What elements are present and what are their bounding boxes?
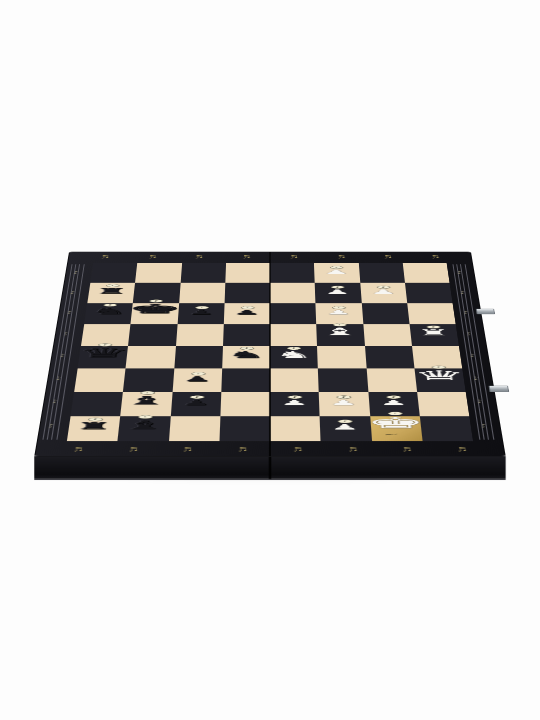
square-e7[interactable] xyxy=(270,392,320,416)
staff-note-icon: ♪ xyxy=(465,332,473,337)
knight-glyph: ♞ xyxy=(90,307,128,316)
square-c5[interactable] xyxy=(174,346,223,369)
gold-note-icon: ♬ xyxy=(237,446,248,452)
piece-white-pawn[interactable]: ♪♟ xyxy=(360,285,406,294)
piece-black-knight[interactable]: ♪♞ xyxy=(86,303,133,315)
square-h7[interactable] xyxy=(417,392,470,416)
square-b8[interactable] xyxy=(118,416,171,441)
pawn-glyph: ♟ xyxy=(324,269,350,275)
gold-note-icon: ♬ xyxy=(242,255,252,260)
square-e6[interactable] xyxy=(270,369,319,392)
piece-black-pawn[interactable]: ♪♟ xyxy=(178,306,224,316)
staff-note-icon: ♪ xyxy=(459,290,467,294)
gold-note-icon: ♬ xyxy=(182,446,193,452)
product-photo-scene: ♬♬♬♬♬♬♬♬ ♬♬♬♬♬♬♬♬ ♪♪♪♪♪♪♪♪ ♪♪♪♪♪♪♪♪ ~~ ♪… xyxy=(0,0,540,720)
piece-white-pawn[interactable]: ♪♟ xyxy=(315,285,360,294)
square-c2[interactable] xyxy=(179,283,225,303)
square-b5[interactable] xyxy=(126,346,176,369)
gold-note-icon: ♬ xyxy=(73,446,84,452)
bishop-glyph: ♝ xyxy=(318,327,361,337)
staff-note-icon: ♪ xyxy=(51,399,58,404)
square-g3[interactable] xyxy=(361,303,409,324)
staff-note-icon: ♪ xyxy=(47,423,55,428)
board-front-side xyxy=(34,456,505,480)
staff-note-icon: ♪ xyxy=(55,376,62,381)
metal-clasp-top xyxy=(476,309,495,315)
square-a7[interactable] xyxy=(71,392,124,416)
pawn-glyph: ♟ xyxy=(234,309,260,315)
square-e3[interactable] xyxy=(270,303,316,324)
gold-note-icon: ♬ xyxy=(383,255,393,260)
square-f7[interactable] xyxy=(319,392,370,416)
square-c1[interactable] xyxy=(180,263,226,283)
piece-white-pawn[interactable]: ♪♟ xyxy=(314,266,359,275)
square-a1[interactable] xyxy=(90,263,137,283)
gold-note-icon: ♬ xyxy=(401,446,413,452)
square-b4[interactable] xyxy=(128,324,177,346)
gold-note-icon: ♬ xyxy=(430,255,440,260)
gold-note-icon: ♬ xyxy=(127,446,138,452)
square-e1[interactable] xyxy=(270,263,315,283)
chess-board: ♬♬♬♬♬♬♬♬ ♬♬♬♬♬♬♬♬ ♪♪♪♪♪♪♪♪ ♪♪♪♪♪♪♪♪ ~~ ♪… xyxy=(35,252,504,456)
metal-clasp-bottom xyxy=(489,386,510,393)
piece-white-bishop[interactable]: ♪♝ xyxy=(316,323,363,337)
square-e4[interactable] xyxy=(270,324,317,346)
square-b1[interactable] xyxy=(135,263,181,283)
square-c8[interactable] xyxy=(168,416,220,441)
pawn-glyph: ♟ xyxy=(325,289,351,295)
square-c7[interactable] xyxy=(170,392,221,416)
square-d4[interactable] xyxy=(223,324,270,346)
square-c4[interactable] xyxy=(176,324,224,346)
gold-note-icon: ♬ xyxy=(346,446,358,452)
square-d2[interactable] xyxy=(224,283,270,303)
square-h3[interactable] xyxy=(407,303,456,324)
staff-note-icon: ♪ xyxy=(479,423,488,428)
square-g6[interactable] xyxy=(366,369,417,392)
staff-note-icon: ♪ xyxy=(462,311,470,316)
staff-note-icon: ♪ xyxy=(455,271,463,275)
rook-glyph: ♜ xyxy=(416,329,451,337)
staff-note-icon: ♪ xyxy=(72,271,79,275)
piece-white-rook[interactable]: ♪♜ xyxy=(409,325,457,337)
square-g8[interactable]: ~~ xyxy=(370,416,423,441)
square-f5[interactable] xyxy=(317,346,366,369)
square-g4[interactable] xyxy=(363,324,412,346)
square-b6[interactable] xyxy=(123,369,174,392)
piece-black-rook[interactable]: ♪♜ xyxy=(89,284,135,295)
staff-note-icon: ♪ xyxy=(66,311,73,316)
square-f6[interactable] xyxy=(318,369,368,392)
square-h8[interactable] xyxy=(420,416,474,441)
square-c6[interactable] xyxy=(172,369,222,392)
gold-note-icon: ♬ xyxy=(456,446,468,452)
square-g5[interactable] xyxy=(365,346,415,369)
square-d6[interactable] xyxy=(221,369,270,392)
pawn-glyph: ♟ xyxy=(370,289,396,295)
gold-note-icon: ♬ xyxy=(336,255,346,260)
music-note-badge-icon: ♪ xyxy=(328,266,344,269)
gold-note-icon: ♬ xyxy=(100,255,109,260)
square-e8[interactable] xyxy=(270,416,321,441)
piece-black-king[interactable]: ♪♚ xyxy=(132,299,179,315)
square-a8[interactable] xyxy=(67,416,121,441)
staff-note-icon: ♪ xyxy=(59,353,66,358)
staff-note-icon: ♪ xyxy=(472,376,481,381)
piece-black-pawn[interactable]: ♪♟ xyxy=(224,306,270,316)
square-h1[interactable] xyxy=(403,263,450,283)
square-a6[interactable] xyxy=(74,369,126,392)
rook-glyph: ♜ xyxy=(95,287,129,295)
square-b7[interactable] xyxy=(120,392,172,416)
staff-note-icon: ♪ xyxy=(468,353,476,358)
front-side-fold-seam xyxy=(269,456,271,479)
piece-white-pawn[interactable]: ♪♟ xyxy=(316,306,362,316)
square-h2[interactable] xyxy=(405,283,453,303)
square-d8[interactable] xyxy=(219,416,270,441)
square-g1[interactable] xyxy=(358,263,404,283)
king-glyph: ♚ xyxy=(127,303,182,316)
square-g7[interactable] xyxy=(368,392,420,416)
staff-note-icon: ♪ xyxy=(475,399,484,404)
square-f8[interactable] xyxy=(320,416,372,441)
staff-note-icon: ♪ xyxy=(69,290,76,294)
pawn-glyph: ♟ xyxy=(326,309,353,315)
square-h6[interactable] xyxy=(414,369,466,392)
square-d1[interactable] xyxy=(225,263,270,283)
gold-note-icon: ♬ xyxy=(292,446,304,452)
square-d7[interactable] xyxy=(220,392,270,416)
square-e2[interactable] xyxy=(270,283,316,303)
gold-note-icon: ♬ xyxy=(289,255,299,260)
gold-note-icon: ♬ xyxy=(194,255,204,260)
gold-note-icon: ♬ xyxy=(147,255,156,260)
staff-note-icon: ♪ xyxy=(62,332,69,337)
pawn-glyph: ♟ xyxy=(188,309,215,315)
